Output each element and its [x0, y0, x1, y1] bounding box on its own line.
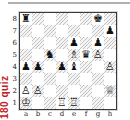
white-pawn: ♙: [92, 49, 104, 61]
square-a8: ♜: [20, 13, 32, 25]
square-g4: [92, 61, 104, 73]
file-label-e: e: [68, 110, 80, 119]
square-f8: [80, 13, 92, 25]
square-c4: [44, 61, 56, 73]
file-label-h: h: [104, 110, 116, 119]
square-h2: ♕: [104, 85, 116, 97]
rank-label-7: 7: [10, 25, 19, 37]
square-g3: [92, 73, 104, 85]
square-d7: [56, 25, 68, 37]
square-h4: ♙: [104, 61, 116, 73]
white-rook: ♖: [68, 97, 80, 109]
square-b4: ♟: [32, 61, 44, 73]
rank-labels: 87654321: [10, 12, 19, 110]
square-b8: [32, 13, 44, 25]
black-pawn: ♟: [20, 61, 32, 73]
square-h6: [104, 37, 116, 49]
square-a4: ♟: [20, 61, 32, 73]
black-pawn: ♟: [56, 61, 68, 73]
square-d6: [56, 37, 68, 49]
square-f3: [80, 73, 92, 85]
square-f5: ♛: [80, 49, 92, 61]
square-c2: [44, 85, 56, 97]
black-queen: ♛: [80, 49, 92, 61]
square-b1: [32, 97, 44, 109]
square-b6: [32, 37, 44, 49]
chess-diagram: 87654321 ♜♚♟♟♟♞♗♛♙♟♟♟♝♙♙♙♕♔♖♖ abcdefgh: [10, 12, 117, 119]
chess-quiz-diagram: 180 quiz 87654321 ♜♚♟♟♟♞♗♛♙♟♟♟♝♙♙♙♕♔♖♖ a…: [0, 0, 130, 120]
rank-label-2: 2: [10, 85, 19, 97]
rank-label-1: 1: [10, 97, 19, 109]
square-b7: [32, 25, 44, 37]
square-f2: [80, 85, 92, 97]
top-divider-rule: [8, 2, 130, 4]
square-h7: ♟: [104, 25, 116, 37]
black-bishop: ♝: [68, 61, 80, 73]
square-d3: [56, 73, 68, 85]
square-e8: [68, 13, 80, 25]
square-a7: [20, 25, 32, 37]
white-pawn: ♙: [32, 85, 44, 97]
square-d4: ♟: [56, 61, 68, 73]
white-king: ♔: [20, 97, 32, 109]
white-rook: ♖: [56, 97, 68, 109]
square-f4: [80, 61, 92, 73]
square-d1: ♖: [56, 97, 68, 109]
white-queen: ♕: [104, 85, 116, 97]
square-c3: [44, 73, 56, 85]
white-pawn: ♙: [104, 61, 116, 73]
rank-label-5: 5: [10, 49, 19, 61]
square-c7: [44, 25, 56, 37]
file-label-f: f: [80, 110, 92, 119]
square-f1: [80, 97, 92, 109]
chess-board: ♜♚♟♟♟♞♗♛♙♟♟♟♝♙♙♙♕♔♖♖: [19, 12, 117, 110]
file-label-c: c: [44, 110, 56, 119]
file-label-g: g: [92, 110, 104, 119]
square-g8: ♚: [92, 13, 104, 25]
square-f7: [80, 25, 92, 37]
square-b2: ♙: [32, 85, 44, 97]
file-label-d: d: [56, 110, 68, 119]
black-pawn: ♟: [104, 25, 116, 37]
square-c5: ♞: [44, 49, 56, 61]
black-rook: ♜: [20, 13, 32, 25]
rank-label-4: 4: [10, 61, 19, 73]
square-g5: ♙: [92, 49, 104, 61]
rank-label-8: 8: [10, 13, 19, 25]
square-e1: ♖: [68, 97, 80, 109]
rank-label-6: 6: [10, 37, 19, 49]
square-c1: [44, 97, 56, 109]
square-e3: [68, 73, 80, 85]
rank-label-3: 3: [10, 73, 19, 85]
quiz-label: 180 quiz: [0, 53, 9, 119]
square-g2: [92, 85, 104, 97]
square-a6: [20, 37, 32, 49]
square-e4: ♝: [68, 61, 80, 73]
black-pawn: ♟: [32, 61, 44, 73]
black-king: ♚: [92, 13, 104, 25]
square-g1: [92, 97, 104, 109]
square-h1: [104, 97, 116, 109]
square-d8: [56, 13, 68, 25]
file-label-b: b: [32, 110, 44, 119]
file-labels: abcdefgh: [19, 110, 117, 119]
square-c8: [44, 13, 56, 25]
black-knight: ♞: [44, 49, 56, 61]
square-a1: ♔: [20, 97, 32, 109]
file-label-a: a: [20, 110, 32, 119]
